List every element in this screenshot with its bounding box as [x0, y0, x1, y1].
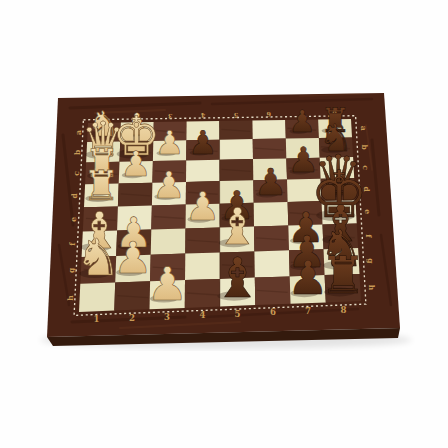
file-label-left-b: b	[73, 150, 82, 155]
piece-black-pawn-b4[interactable]: ♟	[188, 124, 217, 162]
rank-label-bottom-3: 3	[164, 312, 170, 322]
square-h1[interactable]	[79, 283, 115, 312]
file-label-right-a: a	[359, 126, 368, 131]
square-f3[interactable]	[151, 229, 186, 255]
file-label-left-d: d	[71, 192, 80, 198]
piece-white-pawn-b3[interactable]: ♟	[155, 124, 184, 162]
rank-label-top-3: 3	[167, 112, 172, 120]
piece-black-bishop-h5[interactable]: ♝	[213, 246, 263, 310]
piece-white-pawn-c2[interactable]: ♟	[120, 144, 151, 184]
rank-label-top-4: 4	[200, 111, 205, 119]
rank-label-top-5: 5	[234, 111, 238, 119]
chess-board-photo: 1122334455667788aabbccddeeffgghh♞♟♟♜♛♚♟♟…	[0, 0, 448, 448]
square-a6[interactable]	[252, 120, 285, 139]
rank-label-bottom-2: 2	[129, 313, 135, 323]
rank-label-top-6: 6	[266, 110, 271, 118]
square-b5[interactable]	[220, 139, 253, 160]
rank-label-bottom-8: 8	[340, 305, 346, 315]
file-label-right-h: h	[367, 285, 376, 291]
file-label-right-g: g	[366, 258, 375, 264]
piece-white-pawn-h3[interactable]: ♟	[147, 257, 188, 311]
rank-label-bottom-1: 1	[94, 314, 100, 324]
piece-black-pawn-a7[interactable]: ♟	[288, 104, 315, 139]
file-label-left-h: h	[66, 295, 75, 301]
piece-black-rook-h8[interactable]: ♜	[320, 245, 366, 305]
piece-white-pawn-d3[interactable]: ♟	[152, 164, 185, 207]
rank-label-bottom-5: 5	[235, 309, 241, 319]
rank-label-bottom-7: 7	[305, 306, 311, 316]
rank-label-bottom-6: 6	[270, 307, 276, 317]
square-c4[interactable]	[186, 160, 220, 182]
rank-label-bottom-4: 4	[199, 310, 205, 320]
board-photo-svg: 1122334455667788aabbccddeeffgghh♞♟♟♜♛♚♟♟…	[0, 0, 448, 448]
file-label-left-c: c	[72, 171, 81, 176]
